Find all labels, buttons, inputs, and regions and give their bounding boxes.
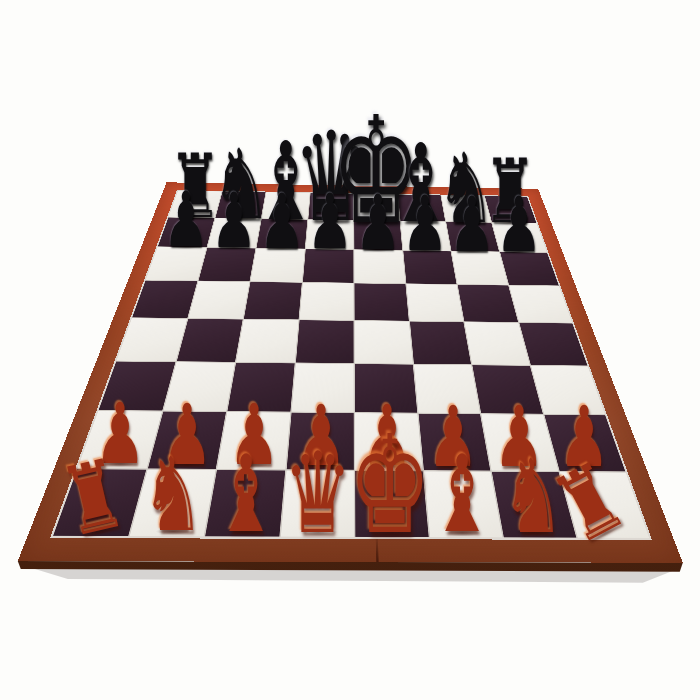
piece-black-pawn-h7: ♟︎ <box>496 187 542 263</box>
piece-red-bishop-c1: ♝︎ <box>214 442 279 548</box>
piece-black-pawn-f7: ♟︎ <box>402 186 448 262</box>
piece-red-knight-b1: ♞︎ <box>142 445 204 547</box>
pieces-layer: ♜︎♞︎♝︎♛︎♚︎♝︎♞︎♜︎♟︎♟︎♟︎♟︎♟︎♟︎♟︎♟︎♟︎♟︎♟︎♟︎… <box>0 0 700 700</box>
piece-red-bishop-f1: ♝︎ <box>430 442 495 548</box>
piece-red-king-e1: ♚︎ <box>349 418 432 554</box>
piece-red-queen-d1: ♛︎ <box>284 437 352 549</box>
piece-black-pawn-g7: ♟︎ <box>449 186 495 262</box>
piece-black-pawn-d7: ♟︎ <box>307 184 353 260</box>
piece-black-pawn-c7: ♟︎ <box>259 183 305 259</box>
photo-stage: ♜︎♞︎♝︎♛︎♚︎♝︎♞︎♜︎♟︎♟︎♟︎♟︎♟︎♟︎♟︎♟︎♟︎♟︎♟︎♟︎… <box>0 0 700 700</box>
piece-black-pawn-a7: ♟︎ <box>163 182 209 258</box>
piece-black-pawn-e7: ♟︎ <box>354 185 400 261</box>
piece-black-pawn-b7: ♟︎ <box>211 183 257 259</box>
